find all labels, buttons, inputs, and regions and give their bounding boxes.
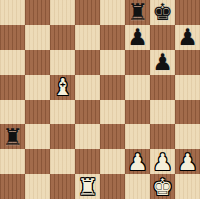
square-d3[interactable] [75, 124, 100, 149]
square-h6[interactable] [175, 50, 200, 75]
square-c7[interactable] [50, 25, 75, 50]
square-f2[interactable]: ♟ [125, 149, 150, 174]
square-f5[interactable] [125, 75, 150, 100]
square-e7[interactable] [100, 25, 125, 50]
square-h2[interactable]: ♟ [175, 149, 200, 174]
square-a2[interactable] [0, 149, 25, 174]
square-b6[interactable] [25, 50, 50, 75]
square-h7[interactable]: ♟ [175, 25, 200, 50]
black-rook[interactable]: ♜ [127, 0, 148, 24]
square-a1[interactable] [0, 174, 25, 199]
square-g7[interactable] [150, 25, 175, 50]
square-h4[interactable] [175, 100, 200, 125]
square-g8[interactable]: ♚ [150, 0, 175, 25]
square-c3[interactable] [50, 124, 75, 149]
square-e3[interactable] [100, 124, 125, 149]
square-a8[interactable] [0, 0, 25, 25]
square-e1[interactable] [100, 174, 125, 199]
square-c4[interactable] [50, 100, 75, 125]
square-a7[interactable] [0, 25, 25, 50]
chess-board-wrapper: ♜♚♟♟♟♝♜♟♟♟♜♚ [0, 0, 200, 199]
square-e4[interactable] [100, 100, 125, 125]
square-b5[interactable] [25, 75, 50, 100]
square-f7[interactable]: ♟ [125, 25, 150, 50]
square-b2[interactable] [25, 149, 50, 174]
square-b8[interactable] [25, 0, 50, 25]
square-a5[interactable] [0, 75, 25, 100]
square-f6[interactable] [125, 50, 150, 75]
black-pawn[interactable]: ♟ [177, 25, 198, 49]
square-g1[interactable]: ♚ [150, 174, 175, 199]
square-f8[interactable]: ♜ [125, 0, 150, 25]
square-b1[interactable] [25, 174, 50, 199]
square-c5[interactable]: ♝ [50, 75, 75, 100]
black-rook[interactable]: ♜ [2, 125, 23, 149]
square-g6[interactable]: ♟ [150, 50, 175, 75]
square-e6[interactable] [100, 50, 125, 75]
square-d6[interactable] [75, 50, 100, 75]
square-h1[interactable] [175, 174, 200, 199]
square-c6[interactable] [50, 50, 75, 75]
square-g2[interactable]: ♟ [150, 149, 175, 174]
square-f1[interactable] [125, 174, 150, 199]
square-b7[interactable] [25, 25, 50, 50]
square-a6[interactable] [0, 50, 25, 75]
square-g4[interactable] [150, 100, 175, 125]
square-a4[interactable] [0, 100, 25, 125]
square-e5[interactable] [100, 75, 125, 100]
square-b4[interactable] [25, 100, 50, 125]
square-d2[interactable] [75, 149, 100, 174]
square-e2[interactable] [100, 149, 125, 174]
black-king[interactable]: ♚ [152, 0, 173, 24]
white-pawn[interactable]: ♟ [177, 150, 198, 174]
black-pawn[interactable]: ♟ [152, 50, 173, 74]
white-pawn[interactable]: ♟ [152, 150, 173, 174]
square-b3[interactable] [25, 124, 50, 149]
square-c8[interactable] [50, 0, 75, 25]
square-a3[interactable]: ♜ [0, 124, 25, 149]
square-f4[interactable] [125, 100, 150, 125]
square-h8[interactable] [175, 0, 200, 25]
chess-board: ♜♚♟♟♟♝♜♟♟♟♜♚ [0, 0, 200, 199]
white-bishop[interactable]: ♝ [52, 75, 73, 99]
square-e8[interactable] [100, 0, 125, 25]
white-king[interactable]: ♚ [152, 175, 173, 199]
square-d5[interactable] [75, 75, 100, 100]
square-d4[interactable] [75, 100, 100, 125]
square-c2[interactable] [50, 149, 75, 174]
square-h3[interactable] [175, 124, 200, 149]
white-pawn[interactable]: ♟ [127, 150, 148, 174]
square-h5[interactable] [175, 75, 200, 100]
square-f3[interactable] [125, 124, 150, 149]
square-d8[interactable] [75, 0, 100, 25]
white-rook[interactable]: ♜ [77, 175, 98, 199]
square-g3[interactable] [150, 124, 175, 149]
black-pawn[interactable]: ♟ [127, 25, 148, 49]
square-g5[interactable] [150, 75, 175, 100]
square-d7[interactable] [75, 25, 100, 50]
square-c1[interactable] [50, 174, 75, 199]
square-d1[interactable]: ♜ [75, 174, 100, 199]
